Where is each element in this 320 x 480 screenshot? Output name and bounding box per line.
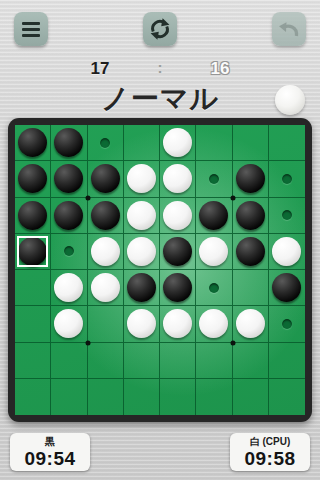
board-cell-h2[interactable] [269, 161, 305, 197]
board-cell-f1[interactable] [196, 125, 232, 161]
black-piece [91, 164, 120, 193]
board-cell-h7[interactable] [269, 343, 305, 379]
black-piece [18, 128, 47, 157]
black-piece [91, 201, 120, 230]
white-piece [54, 273, 83, 302]
menu-button[interactable] [14, 12, 48, 46]
board-cell-c4[interactable] [88, 234, 124, 270]
black-clock: 黒 09:54 [10, 433, 90, 471]
board-cell-b4[interactable] [51, 234, 87, 270]
board-cell-g3[interactable] [233, 198, 269, 234]
refresh-icon [148, 17, 172, 41]
black-piece [54, 201, 83, 230]
legal-move-hint [282, 174, 292, 184]
white-score: 16 [190, 59, 250, 79]
board-cell-e2[interactable] [160, 161, 196, 197]
star-point [230, 340, 235, 345]
undo-button[interactable] [272, 12, 306, 46]
black-piece [272, 273, 301, 302]
white-piece [199, 237, 228, 266]
board-cell-f7[interactable] [196, 343, 232, 379]
mode-title: ノーマル [0, 80, 320, 118]
board-cell-f2[interactable] [196, 161, 232, 197]
black-piece [54, 128, 83, 157]
hamburger-icon [22, 22, 40, 37]
black-piece [236, 237, 265, 266]
white-piece [127, 201, 156, 230]
restart-button[interactable] [143, 12, 177, 46]
board-cell-c3[interactable] [88, 198, 124, 234]
board-cell-h4[interactable] [269, 234, 305, 270]
legal-move-hint [209, 174, 219, 184]
board-cell-g5[interactable] [233, 270, 269, 306]
star-point [230, 195, 235, 200]
board-cell-h1[interactable] [269, 125, 305, 161]
star-point [85, 340, 90, 345]
legal-move-hint [64, 246, 74, 256]
board-cell-b5[interactable] [51, 270, 87, 306]
white-piece [91, 237, 120, 266]
board-cell-d2[interactable] [124, 161, 160, 197]
white-piece [127, 309, 156, 338]
legal-move-hint [209, 283, 219, 293]
white-piece [127, 237, 156, 266]
black-piece [54, 164, 83, 193]
legal-move-hint [100, 138, 110, 148]
star-point [85, 195, 90, 200]
white-player-label: 白 (CPU) [250, 436, 291, 448]
board-cell-c2[interactable] [88, 161, 124, 197]
board-cell-d4[interactable] [124, 234, 160, 270]
board-cell-b3[interactable] [51, 198, 87, 234]
board-cell-a7[interactable] [15, 343, 51, 379]
white-piece [236, 309, 265, 338]
board-cell-c5[interactable] [88, 270, 124, 306]
board-cell-d6[interactable] [124, 306, 160, 342]
board-cell-a5[interactable] [15, 270, 51, 306]
board-cell-c7[interactable] [88, 343, 124, 379]
white-clock: 白 (CPU) 09:58 [230, 433, 310, 471]
white-piece [54, 309, 83, 338]
black-piece [163, 273, 192, 302]
white-piece [199, 309, 228, 338]
board-cell-d7[interactable] [124, 343, 160, 379]
white-piece [163, 128, 192, 157]
board-cell-h5[interactable] [269, 270, 305, 306]
board-cell-e3[interactable] [160, 198, 196, 234]
board-cell-g8[interactable] [233, 379, 269, 415]
board-cell-c1[interactable] [88, 125, 124, 161]
board-cell-g7[interactable] [233, 343, 269, 379]
board-cell-g2[interactable] [233, 161, 269, 197]
undo-icon [277, 17, 301, 41]
board-grid [15, 125, 305, 415]
board-cell-c8[interactable] [88, 379, 124, 415]
board-cell-f4[interactable] [196, 234, 232, 270]
board-cell-d5[interactable] [124, 270, 160, 306]
board-cell-g6[interactable] [233, 306, 269, 342]
board-cell-f5[interactable] [196, 270, 232, 306]
board-cell-h3[interactable] [269, 198, 305, 234]
board-cell-b6[interactable] [51, 306, 87, 342]
black-piece [199, 201, 228, 230]
board-cell-e8[interactable] [160, 379, 196, 415]
board-cell-d8[interactable] [124, 379, 160, 415]
black-piece [127, 273, 156, 302]
last-move-highlight [17, 236, 48, 267]
othello-board [8, 118, 312, 422]
white-piece [163, 309, 192, 338]
turn-indicator-white-ball [275, 85, 305, 115]
app-screen: 17 : 16 ノーマル 黒 09:54 白 (CPU) 09:58 [0, 0, 320, 480]
black-piece [18, 164, 47, 193]
board-cell-h6[interactable] [269, 306, 305, 342]
board-cell-f6[interactable] [196, 306, 232, 342]
white-piece [127, 164, 156, 193]
board-cell-a2[interactable] [15, 161, 51, 197]
board-cell-a1[interactable] [15, 125, 51, 161]
black-piece [18, 201, 47, 230]
board-cell-g4[interactable] [233, 234, 269, 270]
legal-move-hint [282, 210, 292, 220]
board-cell-b7[interactable] [51, 343, 87, 379]
board-cell-c6[interactable] [88, 306, 124, 342]
score-separator: : [140, 59, 180, 76]
board-surface [15, 125, 305, 415]
board-cell-d3[interactable] [124, 198, 160, 234]
board-cell-f8[interactable] [196, 379, 232, 415]
white-clock-time: 09:58 [244, 448, 295, 469]
board-cell-h8[interactable] [269, 379, 305, 415]
board-cell-e7[interactable] [160, 343, 196, 379]
board-cell-a8[interactable] [15, 379, 51, 415]
board-cell-b8[interactable] [51, 379, 87, 415]
board-cell-a3[interactable] [15, 198, 51, 234]
white-piece [163, 164, 192, 193]
board-cell-a4[interactable] [15, 234, 51, 270]
board-cell-a6[interactable] [15, 306, 51, 342]
white-piece [272, 237, 301, 266]
board-cell-f3[interactable] [196, 198, 232, 234]
black-piece [236, 164, 265, 193]
board-cell-d1[interactable] [124, 125, 160, 161]
black-piece [236, 201, 265, 230]
white-piece [91, 273, 120, 302]
legal-move-hint [282, 319, 292, 329]
black-score: 17 [70, 59, 130, 79]
board-cell-b2[interactable] [51, 161, 87, 197]
board-cell-e4[interactable] [160, 234, 196, 270]
black-player-label: 黒 [45, 436, 55, 448]
board-cell-e5[interactable] [160, 270, 196, 306]
board-cell-g1[interactable] [233, 125, 269, 161]
board-cell-e1[interactable] [160, 125, 196, 161]
black-clock-time: 09:54 [24, 448, 75, 469]
white-piece [163, 201, 192, 230]
board-cell-b1[interactable] [51, 125, 87, 161]
board-cell-e6[interactable] [160, 306, 196, 342]
black-piece [163, 237, 192, 266]
